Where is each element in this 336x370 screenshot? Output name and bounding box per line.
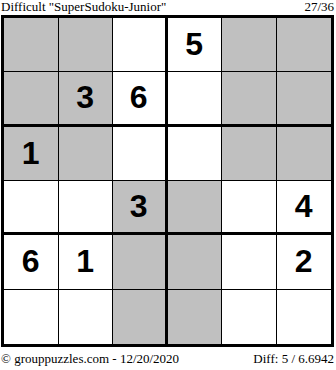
cell-r1c5[interactable]	[222, 18, 277, 72]
cell-r2c3-given: 6	[113, 72, 168, 126]
cell-r5c3[interactable]	[113, 235, 168, 289]
cell-r5c6-given: 2	[277, 235, 332, 289]
puzzle-title: Difficult "SuperSudoku-Junior"	[1, 0, 166, 14]
cell-r6c3[interactable]	[113, 290, 168, 344]
cell-r5c4[interactable]	[168, 235, 223, 289]
cell-r4c5[interactable]	[222, 181, 277, 235]
sudoku-grid: 536134612	[1, 15, 334, 347]
cell-r6c5[interactable]	[222, 290, 277, 344]
cell-r3c2[interactable]	[59, 127, 114, 181]
header: Difficult "SuperSudoku-Junior" 27/36	[0, 0, 336, 15]
cell-r2c4[interactable]	[168, 72, 223, 126]
cell-r1c6[interactable]	[277, 18, 332, 72]
cell-r2c6[interactable]	[277, 72, 332, 126]
cell-r6c1[interactable]	[4, 290, 59, 344]
cell-r2c2-given: 3	[59, 72, 114, 126]
cell-r4c3-given: 3	[113, 181, 168, 235]
cell-r2c1[interactable]	[4, 72, 59, 126]
copyright-text: © grouppuzzles.com - 12/20/2020	[1, 351, 179, 366]
cell-r3c1-given: 1	[4, 127, 59, 181]
cell-r4c1[interactable]	[4, 181, 59, 235]
puzzle-page: Difficult "SuperSudoku-Junior" 27/36 536…	[0, 0, 336, 370]
cell-r6c2[interactable]	[59, 290, 114, 344]
remaining-counter: 27/36	[304, 0, 334, 14]
cell-r1c1[interactable]	[4, 18, 59, 72]
cell-r4c2[interactable]	[59, 181, 114, 235]
cell-r4c4[interactable]	[168, 181, 223, 235]
cell-r3c5[interactable]	[222, 127, 277, 181]
cell-r6c4[interactable]	[168, 290, 223, 344]
cell-r1c3[interactable]	[113, 18, 168, 72]
cell-r3c3[interactable]	[113, 127, 168, 181]
difficulty-text: Diff: 5 / 6.6942	[253, 351, 334, 366]
cell-r3c6[interactable]	[277, 127, 332, 181]
footer: © grouppuzzles.com - 12/20/2020 Diff: 5 …	[0, 351, 336, 366]
cell-r1c2[interactable]	[59, 18, 114, 72]
cell-r5c2-given: 1	[59, 235, 114, 289]
cell-r5c5[interactable]	[222, 235, 277, 289]
cell-r2c5[interactable]	[222, 72, 277, 126]
cell-r3c4[interactable]	[168, 127, 223, 181]
cell-r1c4-given: 5	[168, 18, 223, 72]
cell-r6c6[interactable]	[277, 290, 332, 344]
cell-r4c6-given: 4	[277, 181, 332, 235]
cell-r5c1-given: 6	[4, 235, 59, 289]
